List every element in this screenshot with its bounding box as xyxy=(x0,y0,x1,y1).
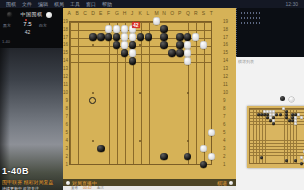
coord-column-label: P xyxy=(178,11,181,16)
move-list-header: 棋谱列表 xyxy=(238,59,302,64)
go-broadcast-window: 围棋 文件 编辑 棋局 工具 窗口 帮助 12:30 中国围棋 黑方 白方 7.… xyxy=(0,0,304,190)
coord-row-label: 17 xyxy=(223,35,228,40)
side-panel: 棋谱列表 xyxy=(236,8,304,190)
coord-row-label: 4 xyxy=(63,138,68,143)
coord-row-label: 16 xyxy=(223,42,228,47)
score-overlay: 中国围棋 黑方 白方 7.5 42 1-40 xyxy=(0,8,63,48)
video-caption-main: 1-40B xyxy=(2,166,29,176)
coord-row-label: 16 xyxy=(63,42,68,47)
coord-column-label: K xyxy=(139,11,142,16)
coord-row-label: 4 xyxy=(223,138,228,143)
coord-column-label: C xyxy=(83,11,87,16)
coord-column-label: N xyxy=(162,11,166,16)
coord-column-label: S xyxy=(202,11,205,16)
coord-row-label: 18 xyxy=(223,27,228,32)
white-stone xyxy=(208,153,215,160)
coord-row-label: 3 xyxy=(63,146,68,151)
status-item-2: 高清 xyxy=(97,186,104,190)
coord-row-label: 19 xyxy=(63,19,68,24)
menu-item-3[interactable]: 棋局 xyxy=(54,0,64,8)
menu-item-2[interactable]: 编辑 xyxy=(38,0,48,8)
menu-clock: 12:30 xyxy=(285,0,298,8)
coord-row-label: 1 xyxy=(63,162,68,167)
coord-column-label: Q xyxy=(186,11,190,16)
white-stone xyxy=(184,57,191,64)
coord-column-label: J xyxy=(131,11,134,16)
coord-row-label: 7 xyxy=(63,114,68,119)
black-stone xyxy=(160,25,167,32)
coord-column-label: D xyxy=(91,11,95,16)
white-stone xyxy=(121,25,128,32)
video-caption-sub: 围甲联赛 精彩对局复盘 xyxy=(2,179,62,185)
window-status-strip: 直播 00:42 高清 xyxy=(63,186,236,190)
video-frame[interactable]: 1-40B 围甲联赛 精彩对局复盘 持续更新中 欢迎关注 xyxy=(0,48,63,190)
white-stone xyxy=(129,33,136,40)
black-stone xyxy=(285,159,288,162)
coord-column-label: E xyxy=(99,11,102,16)
menu-item-5[interactable]: 窗口 xyxy=(86,0,96,8)
panel-dark-area xyxy=(236,8,304,57)
black-stone xyxy=(145,33,152,40)
black-stone xyxy=(129,57,136,64)
coord-column-label: M xyxy=(154,11,158,16)
komi-value: 7.5 xyxy=(0,21,55,27)
coord-row-label: 11 xyxy=(223,82,228,87)
coord-column-label: H xyxy=(123,11,127,16)
status-item-1: 00:42 xyxy=(83,186,92,190)
white-stone xyxy=(121,41,128,48)
video-panel: 中国围棋 黑方 白方 7.5 42 1-40 1-40B 围甲联赛 精彩对局复盘… xyxy=(0,8,63,190)
coord-row-label: 10 xyxy=(63,90,68,95)
coord-row-label: 10 xyxy=(223,90,228,95)
coord-row-label: 15 xyxy=(223,50,228,55)
coord-row-label: 5 xyxy=(63,130,68,135)
overlay-title: 中国围棋 xyxy=(0,11,63,17)
coord-row-label: 13 xyxy=(63,66,68,71)
white-stone xyxy=(121,33,128,40)
white-stone-icon xyxy=(229,181,233,185)
coord-row-label: 2 xyxy=(223,154,228,159)
go-board[interactable]: ABCDEFGHJKLMNOPQRST191918181717161615151… xyxy=(63,8,236,189)
coord-column-label: B xyxy=(75,11,78,16)
coord-row-label: 5 xyxy=(223,130,228,135)
black-stone xyxy=(168,49,175,56)
dotted-texture xyxy=(240,22,262,24)
coord-row-label: 8 xyxy=(223,106,228,111)
black-stone xyxy=(113,41,120,48)
white-stone xyxy=(129,49,136,56)
coord-row-label: 14 xyxy=(63,58,68,63)
star-point xyxy=(187,140,189,142)
black-stone xyxy=(89,33,96,40)
coord-row-label: 9 xyxy=(223,98,228,103)
black-stone xyxy=(285,116,288,119)
coord-row-label: 13 xyxy=(223,66,228,71)
black-stone xyxy=(97,33,104,40)
black-stone xyxy=(137,33,144,40)
dotted-texture xyxy=(240,12,262,14)
status-item-0: 直播 xyxy=(71,186,78,190)
white-stone xyxy=(192,33,199,40)
menu-item-6[interactable]: 帮助 xyxy=(102,0,112,8)
coord-row-label: 12 xyxy=(63,74,68,79)
coord-column-label: L xyxy=(147,11,150,16)
menu-item-1[interactable]: 文件 xyxy=(22,0,32,8)
coord-row-label: 12 xyxy=(223,74,228,79)
black-stone xyxy=(129,41,136,48)
white-stone xyxy=(153,17,160,24)
menu-item-0[interactable]: 围棋 xyxy=(6,0,16,8)
coord-row-label: 2 xyxy=(63,154,68,159)
coord-column-label: A xyxy=(68,11,71,16)
menu-bar: 围棋 文件 编辑 棋局 工具 窗口 帮助 12:30 xyxy=(0,0,304,8)
black-stone xyxy=(176,33,183,40)
white-stone-icon xyxy=(66,181,70,185)
black-stone-icon[interactable] xyxy=(280,96,285,101)
star-point xyxy=(187,92,189,94)
coord-row-label: 14 xyxy=(223,58,228,63)
star-point xyxy=(92,92,94,94)
black-stone xyxy=(300,162,303,165)
star-point xyxy=(92,140,94,142)
coord-row-label: 6 xyxy=(223,122,228,127)
black-stone xyxy=(160,33,167,40)
white-stone xyxy=(303,150,304,153)
last-move-badge: 42 xyxy=(132,22,141,28)
menu-item-4[interactable]: 工具 xyxy=(70,0,80,8)
coord-column-label: F xyxy=(107,11,110,16)
coord-column-label: O xyxy=(170,11,174,16)
white-stone xyxy=(184,49,191,56)
move-number: 42 xyxy=(0,29,55,35)
dotted-texture xyxy=(240,17,262,19)
white-stone xyxy=(303,159,304,162)
coord-row-label: 8 xyxy=(63,106,68,111)
coord-row-label: 3 xyxy=(223,146,228,151)
coord-column-label: T xyxy=(210,11,213,16)
coord-row-label: 18 xyxy=(63,27,68,32)
mini-go-board[interactable] xyxy=(247,106,304,168)
black-stone xyxy=(279,113,282,116)
coord-row-label: 17 xyxy=(63,35,68,40)
white-stone xyxy=(297,113,300,116)
star-point xyxy=(92,44,94,46)
white-stone xyxy=(300,116,303,119)
coord-row-label: 15 xyxy=(63,50,68,55)
black-stone xyxy=(97,145,104,152)
coord-row-label: 7 xyxy=(223,114,228,119)
black-stone xyxy=(176,41,183,48)
white-stone xyxy=(113,25,120,32)
black-stone xyxy=(113,33,120,40)
black-stone xyxy=(160,41,167,48)
white-stone-icon[interactable] xyxy=(289,97,294,102)
white-stone xyxy=(200,41,207,48)
black-stone xyxy=(176,49,183,56)
black-stone xyxy=(260,156,263,159)
coord-row-label: 6 xyxy=(63,122,68,127)
coord-column-label: R xyxy=(194,11,198,16)
white-stone xyxy=(282,107,285,110)
coord-row-label: 9 xyxy=(63,98,68,103)
coord-row-label: 19 xyxy=(223,19,228,24)
white-stone xyxy=(208,129,215,136)
move-range-label: 1-40 xyxy=(2,39,10,44)
white-stone xyxy=(184,41,191,48)
black-stone xyxy=(121,49,128,56)
white-stone xyxy=(294,122,297,125)
coord-column-label: G xyxy=(115,11,119,16)
black-stone xyxy=(200,161,207,168)
coord-row-label: 1 xyxy=(223,162,228,167)
video-caption-tiny: 持续更新中 欢迎关注 xyxy=(2,186,62,190)
coord-row-label: 11 xyxy=(63,82,68,87)
